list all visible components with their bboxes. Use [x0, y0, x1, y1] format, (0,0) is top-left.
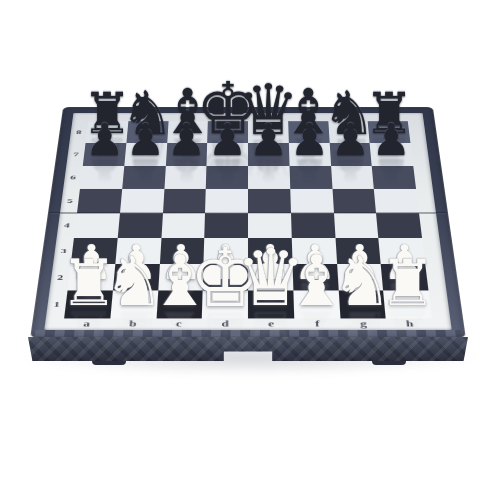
- square-h6: [372, 166, 416, 189]
- square-h2: [381, 264, 429, 291]
- squares-grid: [64, 121, 432, 318]
- square-g1: [338, 291, 386, 319]
- chessboard: abcdefgh12345678: [30, 107, 466, 338]
- square-c4: [161, 213, 205, 238]
- file-label-d: d: [202, 318, 249, 329]
- square-g8: [328, 121, 370, 143]
- square-b4: [117, 213, 162, 238]
- square-g2: [337, 264, 384, 291]
- square-h8: [368, 121, 411, 143]
- square-f2: [292, 264, 338, 291]
- square-e6: [248, 166, 290, 189]
- file-label-a: a: [63, 318, 111, 329]
- square-h7: [370, 143, 413, 166]
- square-e3: [248, 238, 292, 264]
- square-b7: [124, 143, 167, 166]
- square-e1: [248, 291, 294, 319]
- square-e4: [248, 213, 292, 238]
- file-label-h: h: [386, 318, 434, 329]
- square-d8: [207, 121, 248, 143]
- square-h5: [374, 189, 419, 213]
- square-b8: [126, 121, 168, 143]
- square-e5: [248, 189, 291, 213]
- square-a7: [83, 143, 126, 166]
- square-c5: [163, 189, 206, 213]
- chess-set-product-photo: abcdefgh12345678 ♜♜♞♞♝♝♚♚♛♛♝♝♞♞♜♜♟♟♟♟♟♟♟…: [0, 0, 500, 500]
- square-c6: [164, 166, 207, 189]
- square-g5: [332, 189, 376, 213]
- rank-label-3: 3: [53, 238, 74, 264]
- rank-label-5: 5: [60, 189, 80, 213]
- square-g4: [334, 213, 379, 238]
- square-h3: [379, 238, 426, 264]
- rank-label-7: 7: [66, 143, 85, 166]
- square-g7: [329, 143, 372, 166]
- square-a2: [68, 264, 116, 291]
- square-f7: [289, 143, 331, 166]
- square-f5: [290, 189, 333, 213]
- file-label-e: e: [248, 318, 295, 329]
- square-c1: [156, 291, 203, 319]
- rank-label-1: 1: [46, 291, 68, 319]
- fold-hinge-line: [50, 212, 446, 213]
- square-f3: [292, 238, 337, 264]
- file-label-c: c: [155, 318, 202, 329]
- rim-texture: [35, 330, 462, 337]
- square-d4: [204, 213, 248, 238]
- square-a4: [74, 213, 120, 238]
- square-f8: [288, 121, 329, 143]
- square-b5: [120, 189, 164, 213]
- square-c2: [158, 264, 204, 291]
- rank-label-4: 4: [57, 213, 77, 238]
- square-b6: [122, 166, 165, 189]
- square-g6: [331, 166, 374, 189]
- square-a3: [71, 238, 118, 264]
- square-h1: [383, 291, 432, 319]
- rank-label-6: 6: [63, 166, 83, 189]
- square-e7: [248, 143, 289, 166]
- square-d6: [206, 166, 248, 189]
- file-label-g: g: [340, 318, 387, 329]
- square-b1: [110, 291, 158, 319]
- square-c7: [165, 143, 207, 166]
- square-f4: [291, 213, 335, 238]
- square-a8: [86, 121, 129, 143]
- square-a6: [80, 166, 124, 189]
- square-d1: [202, 291, 248, 319]
- rank-label-2: 2: [50, 264, 71, 291]
- square-h4: [376, 213, 422, 238]
- square-f6: [289, 166, 332, 189]
- file-label-b: b: [109, 318, 156, 329]
- square-d2: [203, 264, 248, 291]
- square-c3: [159, 238, 204, 264]
- square-b3: [115, 238, 161, 264]
- square-f1: [293, 291, 340, 319]
- square-a1: [64, 291, 113, 319]
- square-e8: [248, 121, 289, 143]
- square-a5: [77, 189, 122, 213]
- square-d7: [207, 143, 248, 166]
- square-d3: [204, 238, 248, 264]
- square-e2: [248, 264, 293, 291]
- square-g3: [335, 238, 381, 264]
- square-d5: [205, 189, 248, 213]
- rank-label-8: 8: [69, 121, 88, 143]
- square-b2: [113, 264, 160, 291]
- file-label-f: f: [294, 318, 341, 329]
- square-c8: [167, 121, 208, 143]
